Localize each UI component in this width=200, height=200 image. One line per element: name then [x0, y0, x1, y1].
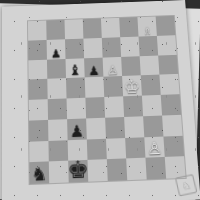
square-f7[interactable] [120, 36, 139, 56]
square-f5[interactable]: ♔ [122, 76, 142, 97]
square-a2[interactable] [29, 140, 49, 162]
square-h4[interactable] [161, 94, 181, 115]
square-g8[interactable]: ♗ [137, 17, 156, 37]
black-pawn[interactable]: ♟ [70, 123, 85, 140]
square-a7[interactable] [28, 40, 47, 60]
square-d1[interactable] [88, 159, 108, 181]
square-d5[interactable] [85, 77, 105, 98]
square-f3[interactable] [124, 116, 144, 138]
square-f4[interactable] [123, 96, 143, 117]
square-a3[interactable] [29, 120, 48, 142]
square-e5[interactable] [103, 76, 123, 97]
square-f1[interactable] [126, 158, 147, 180]
square-g3[interactable] [143, 115, 163, 136]
square-b1[interactable] [49, 161, 69, 183]
square-g2[interactable]: ♙ [144, 136, 165, 158]
square-e6[interactable]: ♙ [103, 56, 123, 76]
square-h2[interactable] [163, 135, 184, 157]
square-e3[interactable] [105, 117, 125, 139]
white-pawn[interactable]: ♙ [106, 64, 118, 77]
square-h6[interactable] [158, 54, 178, 74]
square-b5[interactable] [47, 78, 66, 99]
square-a5[interactable] [29, 79, 48, 100]
square-e7[interactable] [102, 37, 121, 57]
square-d8[interactable] [83, 19, 102, 39]
square-g5[interactable] [141, 75, 161, 96]
square-b8[interactable] [46, 20, 65, 40]
square-e2[interactable] [106, 138, 126, 160]
square-c4[interactable] [67, 98, 87, 119]
black-bishop[interactable]: ♝ [68, 63, 82, 78]
square-c7[interactable] [65, 38, 84, 58]
square-f6[interactable] [121, 56, 141, 76]
square-d4[interactable] [85, 97, 105, 118]
square-b7[interactable]: ♟ [47, 39, 66, 59]
square-c8[interactable] [64, 19, 83, 39]
square-a8[interactable] [28, 21, 47, 41]
square-b4[interactable] [48, 98, 67, 119]
square-b3[interactable] [48, 119, 68, 141]
square-e1[interactable] [107, 159, 127, 181]
square-e8[interactable] [101, 18, 120, 38]
chess-board: ♗♟♝♟♙♔♟♙♞♚ [27, 15, 187, 185]
chess-mat: ♗♟♝♟♙♔♟♙♞♚ ♘ [2, 0, 200, 200]
square-c3[interactable]: ♟ [67, 118, 87, 140]
knight-logo-icon: ♘ [180, 179, 192, 192]
square-d3[interactable] [86, 117, 106, 139]
maker-stamp: ♘ [175, 174, 198, 196]
square-c6[interactable]: ♝ [65, 58, 84, 78]
black-knight[interactable]: ♞ [31, 165, 48, 184]
black-pawn[interactable]: ♟ [88, 65, 100, 78]
square-f8[interactable] [119, 17, 138, 37]
square-d2[interactable] [87, 138, 107, 160]
white-pawn[interactable]: ♙ [146, 140, 162, 158]
black-king[interactable]: ♚ [67, 157, 89, 182]
photo-background: ♗♟♝♟♙♔♟♙♞♚ ♘ [0, 0, 200, 200]
square-g6[interactable] [140, 55, 160, 75]
square-c5[interactable] [66, 78, 85, 99]
square-d6[interactable]: ♟ [84, 57, 103, 77]
square-h7[interactable] [157, 35, 177, 55]
square-b6[interactable] [47, 59, 66, 79]
square-b2[interactable] [48, 140, 68, 162]
square-h5[interactable] [159, 74, 179, 95]
square-g7[interactable] [139, 36, 159, 56]
white-bishop[interactable]: ♗ [142, 26, 152, 37]
square-d7[interactable] [83, 38, 102, 58]
square-f2[interactable] [125, 137, 145, 159]
square-e4[interactable] [104, 96, 124, 117]
square-h8[interactable] [156, 16, 176, 36]
black-pawn[interactable]: ♟ [51, 47, 62, 59]
square-c1[interactable]: ♚ [68, 160, 88, 182]
square-a1[interactable]: ♞ [29, 162, 49, 184]
square-a6[interactable] [28, 59, 47, 80]
white-king[interactable]: ♔ [124, 78, 141, 96]
square-a4[interactable] [29, 99, 48, 120]
square-h3[interactable] [162, 115, 182, 136]
square-g4[interactable] [142, 95, 162, 116]
square-g1[interactable] [145, 157, 166, 179]
